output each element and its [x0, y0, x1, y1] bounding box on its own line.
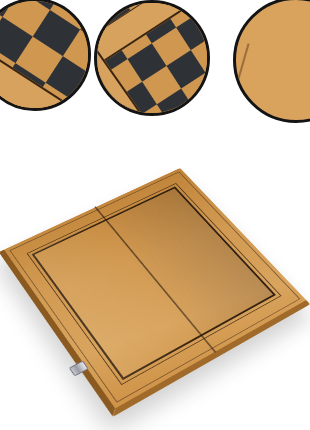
inset-photo-backgammon-closeup	[233, 0, 310, 123]
main-board-scene	[38, 165, 263, 390]
backgammon-bar-line	[233, 43, 250, 123]
product-photo	[0, 0, 310, 430]
chess-grid	[32, 187, 276, 380]
inset-photo-checkers-closeup	[94, 0, 210, 116]
main-chessboard	[0, 168, 310, 417]
inset-photo-chess-closeup	[0, 0, 91, 111]
metal-latch	[69, 360, 89, 376]
